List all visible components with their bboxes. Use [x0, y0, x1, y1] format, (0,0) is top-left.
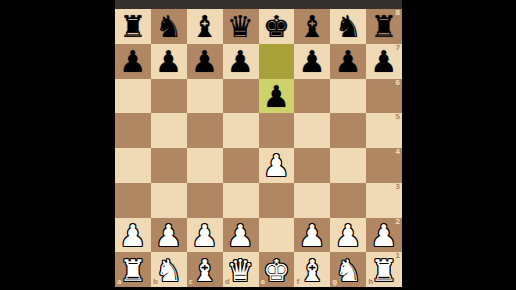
piece-white-pawn-d2[interactable]: ♟ — [227, 221, 254, 251]
coord-file-e: e — [261, 279, 266, 286]
piece-white-pawn-f2[interactable]: ♟ — [299, 221, 326, 251]
piece-black-pawn-e6[interactable]: ♟ — [263, 82, 290, 112]
piece-white-rook-h1[interactable]: ♜ — [371, 256, 398, 286]
square-f6[interactable] — [294, 79, 330, 114]
coord-file-c: c — [189, 279, 193, 286]
square-b5[interactable] — [151, 113, 187, 148]
piece-black-pawn-b7[interactable]: ♟ — [155, 47, 182, 77]
square-b8[interactable]: ♞ — [151, 9, 187, 44]
coord-rank-5: 5 — [395, 114, 400, 121]
piece-black-knight-g8[interactable]: ♞ — [335, 12, 362, 42]
coord-rank-7: 7 — [395, 45, 400, 52]
square-e8[interactable]: ♚ — [259, 9, 295, 44]
piece-white-rook-a1[interactable]: ♜ — [119, 256, 146, 286]
square-a8[interactable]: ♜ — [115, 9, 151, 44]
coord-file-b: b — [153, 279, 158, 286]
square-a7[interactable]: ♟ — [115, 44, 151, 79]
square-f1[interactable]: ♝f — [294, 252, 330, 287]
coord-file-a: a — [117, 279, 122, 286]
letterbox-background: ♜♞♝♛♚♝♞♜8♟♟♟♟♟♟♟7♟65♟43♟♟♟♟♟♟♟2♜a♞b♝c♛d♚… — [0, 0, 516, 290]
coord-rank-6: 6 — [395, 80, 400, 87]
square-f3[interactable] — [294, 183, 330, 218]
piece-black-pawn-f7[interactable]: ♟ — [299, 47, 326, 77]
square-d8[interactable]: ♛ — [223, 9, 259, 44]
piece-black-pawn-g7[interactable]: ♟ — [335, 47, 362, 77]
piece-white-king-e1[interactable]: ♚ — [263, 256, 290, 286]
piece-white-knight-g1[interactable]: ♞ — [335, 256, 362, 286]
piece-black-pawn-h7[interactable]: ♟ — [371, 47, 398, 77]
square-f2[interactable]: ♟ — [294, 218, 330, 253]
piece-black-rook-a8[interactable]: ♜ — [119, 12, 146, 42]
coord-rank-4: 4 — [395, 149, 400, 156]
square-b2[interactable]: ♟ — [151, 218, 187, 253]
square-f5[interactable] — [294, 113, 330, 148]
piece-white-pawn-a2[interactable]: ♟ — [119, 221, 146, 251]
square-g5[interactable] — [330, 113, 366, 148]
square-f8[interactable]: ♝ — [294, 9, 330, 44]
square-c4[interactable] — [187, 148, 223, 183]
square-c3[interactable] — [187, 183, 223, 218]
coord-file-f: f — [296, 279, 299, 286]
square-b1[interactable]: ♞b — [151, 252, 187, 287]
square-h8[interactable]: ♜8 — [366, 9, 402, 44]
piece-black-bishop-c8[interactable]: ♝ — [191, 12, 218, 42]
square-g2[interactable]: ♟ — [330, 218, 366, 253]
piece-black-rook-h8[interactable]: ♜ — [371, 12, 398, 42]
square-a2[interactable]: ♟ — [115, 218, 151, 253]
coord-rank-8: 8 — [395, 10, 400, 17]
square-h1[interactable]: ♜1h — [366, 252, 402, 287]
piece-white-pawn-c2[interactable]: ♟ — [191, 221, 218, 251]
piece-white-bishop-c1[interactable]: ♝ — [191, 256, 218, 286]
piece-black-queen-d8[interactable]: ♛ — [227, 12, 254, 42]
coord-rank-2: 2 — [395, 219, 400, 226]
square-a5[interactable] — [115, 113, 151, 148]
piece-white-knight-b1[interactable]: ♞ — [155, 256, 182, 286]
piece-black-king-e8[interactable]: ♚ — [263, 12, 290, 42]
square-h4[interactable]: 4 — [366, 148, 402, 183]
square-c1[interactable]: ♝c — [187, 252, 223, 287]
top-bar — [115, 0, 402, 9]
piece-white-pawn-e4[interactable]: ♟ — [263, 151, 290, 181]
square-d2[interactable]: ♟ — [223, 218, 259, 253]
piece-white-bishop-f1[interactable]: ♝ — [299, 256, 326, 286]
piece-white-pawn-h2[interactable]: ♟ — [371, 221, 398, 251]
square-h2[interactable]: ♟2 — [366, 218, 402, 253]
square-g8[interactable]: ♞ — [330, 9, 366, 44]
coord-file-g: g — [332, 279, 337, 286]
piece-black-pawn-d7[interactable]: ♟ — [227, 47, 254, 77]
piece-black-bishop-f8[interactable]: ♝ — [299, 12, 326, 42]
square-b6[interactable] — [151, 79, 187, 114]
chess-board: ♜♞♝♛♚♝♞♜8♟♟♟♟♟♟♟7♟65♟43♟♟♟♟♟♟♟2♜a♞b♝c♛d♚… — [115, 9, 402, 287]
coord-rank-1: 1 — [395, 253, 400, 260]
square-e4[interactable]: ♟ — [259, 148, 295, 183]
square-d6[interactable] — [223, 79, 259, 114]
square-e2[interactable] — [259, 218, 295, 253]
piece-black-pawn-a7[interactable]: ♟ — [119, 47, 146, 77]
square-a3[interactable] — [115, 183, 151, 218]
square-c5[interactable] — [187, 113, 223, 148]
square-e7[interactable] — [259, 44, 295, 79]
square-c6[interactable] — [187, 79, 223, 114]
square-d5[interactable] — [223, 113, 259, 148]
square-f4[interactable] — [294, 148, 330, 183]
square-b4[interactable] — [151, 148, 187, 183]
square-c2[interactable]: ♟ — [187, 218, 223, 253]
square-a6[interactable] — [115, 79, 151, 114]
square-g4[interactable] — [330, 148, 366, 183]
square-b7[interactable]: ♟ — [151, 44, 187, 79]
square-h5[interactable]: 5 — [366, 113, 402, 148]
square-f7[interactable]: ♟ — [294, 44, 330, 79]
square-d1[interactable]: ♛d — [223, 252, 259, 287]
square-c8[interactable]: ♝ — [187, 9, 223, 44]
square-c7[interactable]: ♟ — [187, 44, 223, 79]
square-g7[interactable]: ♟ — [330, 44, 366, 79]
piece-white-queen-d1[interactable]: ♛ — [227, 256, 254, 286]
square-d3[interactable] — [223, 183, 259, 218]
square-a4[interactable] — [115, 148, 151, 183]
square-b3[interactable] — [151, 183, 187, 218]
square-h7[interactable]: ♟7 — [366, 44, 402, 79]
square-d4[interactable] — [223, 148, 259, 183]
square-e5[interactable] — [259, 113, 295, 148]
square-e1[interactable]: ♚e — [259, 252, 295, 287]
square-d7[interactable]: ♟ — [223, 44, 259, 79]
coord-file-h: h — [368, 279, 373, 286]
square-h6[interactable]: 6 — [366, 79, 402, 114]
piece-white-pawn-g2[interactable]: ♟ — [335, 221, 362, 251]
coord-file-d: d — [225, 279, 230, 286]
coord-rank-3: 3 — [395, 184, 400, 191]
square-h3[interactable]: 3 — [366, 183, 402, 218]
square-e3[interactable] — [259, 183, 295, 218]
square-g1[interactable]: ♞g — [330, 252, 366, 287]
square-e6[interactable]: ♟ — [259, 79, 295, 114]
piece-white-pawn-b2[interactable]: ♟ — [155, 221, 182, 251]
square-g6[interactable] — [330, 79, 366, 114]
square-a1[interactable]: ♜a — [115, 252, 151, 287]
piece-black-pawn-c7[interactable]: ♟ — [191, 47, 218, 77]
square-g3[interactable] — [330, 183, 366, 218]
piece-black-knight-b8[interactable]: ♞ — [155, 12, 182, 42]
